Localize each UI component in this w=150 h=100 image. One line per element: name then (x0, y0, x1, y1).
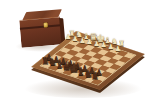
box-front-face (19, 16, 62, 47)
chess-storage-box (19, 9, 63, 47)
chess-set-photo-scene: ♜♞♝♟♛♟♚♟♝♟♞♟♜♟♟♟♟♟♜♟♞♟♝♟♟♛♟♚♟♝♞♜ (0, 0, 150, 100)
brass-clasp (43, 22, 47, 27)
box-lid-seam (20, 24, 61, 29)
